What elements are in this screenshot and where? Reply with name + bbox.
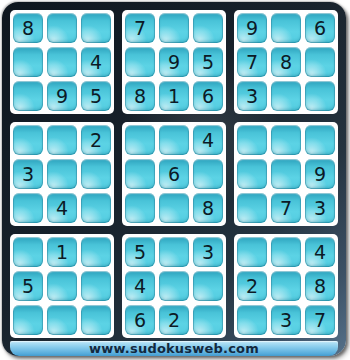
cell-r7c3[interactable] <box>81 237 111 267</box>
cell-r5c1[interactable]: 3 <box>13 159 43 189</box>
box-r3c1: 15 <box>10 234 114 338</box>
digit: 3 <box>246 87 258 106</box>
box-r2c3: 973 <box>234 122 338 226</box>
cell-r1c4[interactable]: 7 <box>125 13 155 43</box>
cell-r5c5[interactable]: 6 <box>159 159 189 189</box>
cell-r7c8[interactable] <box>271 237 301 267</box>
cell-r8c1[interactable]: 5 <box>13 271 43 301</box>
digit: 8 <box>280 53 292 72</box>
box-r1c3: 96783 <box>234 10 338 114</box>
cell-r3c3[interactable]: 5 <box>81 81 111 111</box>
cell-r6c5[interactable] <box>159 193 189 223</box>
digit: 3 <box>202 243 214 262</box>
digit: 9 <box>246 19 258 38</box>
cell-r6c3[interactable] <box>81 193 111 223</box>
digit: 4 <box>134 277 146 296</box>
cell-r8c9[interactable]: 8 <box>305 271 335 301</box>
cell-r7c1[interactable] <box>13 237 43 267</box>
digit: 3 <box>314 199 326 218</box>
cell-r3c8[interactable] <box>271 81 301 111</box>
digit: 7 <box>246 53 258 72</box>
digit: 5 <box>202 53 214 72</box>
cell-r3c9[interactable] <box>305 81 335 111</box>
cell-r1c5[interactable] <box>159 13 189 43</box>
cell-r3c5[interactable]: 1 <box>159 81 189 111</box>
cell-r3c7[interactable]: 3 <box>237 81 267 111</box>
digit: 6 <box>168 165 180 184</box>
cell-r9c6[interactable] <box>193 305 223 335</box>
cell-r2c1[interactable] <box>13 47 43 77</box>
cell-r5c2[interactable] <box>47 159 77 189</box>
digit: 2 <box>90 131 102 150</box>
box-r1c2: 795816 <box>122 10 226 114</box>
cell-r2c3[interactable]: 4 <box>81 47 111 77</box>
box-r3c3: 42837 <box>234 234 338 338</box>
cell-r3c2[interactable]: 9 <box>47 81 77 111</box>
cell-r6c1[interactable] <box>13 193 43 223</box>
cell-r7c2[interactable]: 1 <box>47 237 77 267</box>
digit: 9 <box>56 87 68 106</box>
digit: 5 <box>134 243 146 262</box>
cell-r6c2[interactable]: 4 <box>47 193 77 223</box>
digit: 6 <box>314 19 326 38</box>
cell-r5c6[interactable] <box>193 159 223 189</box>
digit: 1 <box>168 87 180 106</box>
cell-r9c8[interactable]: 3 <box>271 305 301 335</box>
cell-r4c4[interactable] <box>125 125 155 155</box>
cell-r4c8[interactable] <box>271 125 301 155</box>
sudoku-grid: 849579581696783234468973155346242837 <box>10 10 338 338</box>
cell-r2c2[interactable] <box>47 47 77 77</box>
cell-r2c9[interactable] <box>305 47 335 77</box>
cell-r3c4[interactable]: 8 <box>125 81 155 111</box>
cell-r3c6[interactable]: 6 <box>193 81 223 111</box>
cell-r1c9[interactable]: 6 <box>305 13 335 43</box>
digit: 4 <box>56 199 68 218</box>
digit: 3 <box>280 311 292 330</box>
site-url: www.sudokusweb.com <box>89 341 259 356</box>
cell-r9c7[interactable] <box>237 305 267 335</box>
cell-r1c2[interactable] <box>47 13 77 43</box>
cell-r7c9[interactable]: 4 <box>305 237 335 267</box>
digit: 2 <box>168 311 180 330</box>
cell-r2c4[interactable] <box>125 47 155 77</box>
cell-r4c1[interactable] <box>13 125 43 155</box>
digit: 5 <box>90 87 102 106</box>
digit: 8 <box>134 87 146 106</box>
cell-r7c6[interactable]: 3 <box>193 237 223 267</box>
digit: 4 <box>90 53 102 72</box>
cell-r2c8[interactable]: 8 <box>271 47 301 77</box>
digit: 2 <box>246 277 258 296</box>
cell-r9c3[interactable] <box>81 305 111 335</box>
cell-r1c1[interactable]: 8 <box>13 13 43 43</box>
cell-r6c6[interactable]: 8 <box>193 193 223 223</box>
cell-r6c7[interactable] <box>237 193 267 223</box>
cell-r5c7[interactable] <box>237 159 267 189</box>
digit: 3 <box>22 165 34 184</box>
cell-r5c9[interactable]: 9 <box>305 159 335 189</box>
cell-r3c1[interactable] <box>13 81 43 111</box>
box-r1c1: 8495 <box>10 10 114 114</box>
cell-r4c7[interactable] <box>237 125 267 155</box>
digit: 1 <box>56 243 68 262</box>
cell-r8c2[interactable] <box>47 271 77 301</box>
cell-r9c9[interactable]: 7 <box>305 305 335 335</box>
cell-r9c4[interactable]: 6 <box>125 305 155 335</box>
cell-r9c1[interactable] <box>13 305 43 335</box>
cell-r2c6[interactable]: 5 <box>193 47 223 77</box>
digit: 6 <box>202 87 214 106</box>
cell-r1c6[interactable] <box>193 13 223 43</box>
cell-r5c4[interactable] <box>125 159 155 189</box>
cell-r7c7[interactable] <box>237 237 267 267</box>
digit: 4 <box>314 243 326 262</box>
digit: 7 <box>134 19 146 38</box>
cell-r2c7[interactable]: 7 <box>237 47 267 77</box>
cell-r1c7[interactable]: 9 <box>237 13 267 43</box>
digit: 8 <box>314 277 326 296</box>
digit: 8 <box>22 19 34 38</box>
digit: 7 <box>314 311 326 330</box>
cell-r4c2[interactable] <box>47 125 77 155</box>
cell-r4c6[interactable]: 4 <box>193 125 223 155</box>
cell-r8c3[interactable] <box>81 271 111 301</box>
cell-r9c5[interactable]: 2 <box>159 305 189 335</box>
cell-r5c8[interactable] <box>271 159 301 189</box>
box-r3c2: 53462 <box>122 234 226 338</box>
digit: 9 <box>314 165 326 184</box>
cell-r7c5[interactable] <box>159 237 189 267</box>
cell-r9c2[interactable] <box>47 305 77 335</box>
sudoku-board: 849579581696783234468973155346242837 www… <box>2 2 346 356</box>
cell-r6c8[interactable]: 7 <box>271 193 301 223</box>
cell-r5c3[interactable] <box>81 159 111 189</box>
digit: 5 <box>22 277 34 296</box>
cell-r8c7[interactable]: 2 <box>237 271 267 301</box>
cell-r1c8[interactable] <box>271 13 301 43</box>
page: 849579581696783234468973155346242837 www… <box>0 0 350 360</box>
cell-r4c5[interactable] <box>159 125 189 155</box>
cell-r4c9[interactable] <box>305 125 335 155</box>
digit: 8 <box>202 199 214 218</box>
cell-r8c6[interactable] <box>193 271 223 301</box>
digit: 4 <box>202 131 214 150</box>
cell-r1c3[interactable] <box>81 13 111 43</box>
box-r2c2: 468 <box>122 122 226 226</box>
cell-r7c4[interactable]: 5 <box>125 237 155 267</box>
cell-r2c5[interactable]: 9 <box>159 47 189 77</box>
box-r2c1: 234 <box>10 122 114 226</box>
digit: 6 <box>134 311 146 330</box>
cell-r8c5[interactable] <box>159 271 189 301</box>
footer-bar: www.sudokusweb.com <box>10 341 338 356</box>
cell-r8c8[interactable] <box>271 271 301 301</box>
cell-r6c9[interactable]: 3 <box>305 193 335 223</box>
cell-r6c4[interactable] <box>125 193 155 223</box>
cell-r4c3[interactable]: 2 <box>81 125 111 155</box>
digit: 9 <box>168 53 180 72</box>
cell-r8c4[interactable]: 4 <box>125 271 155 301</box>
digit: 7 <box>280 199 292 218</box>
